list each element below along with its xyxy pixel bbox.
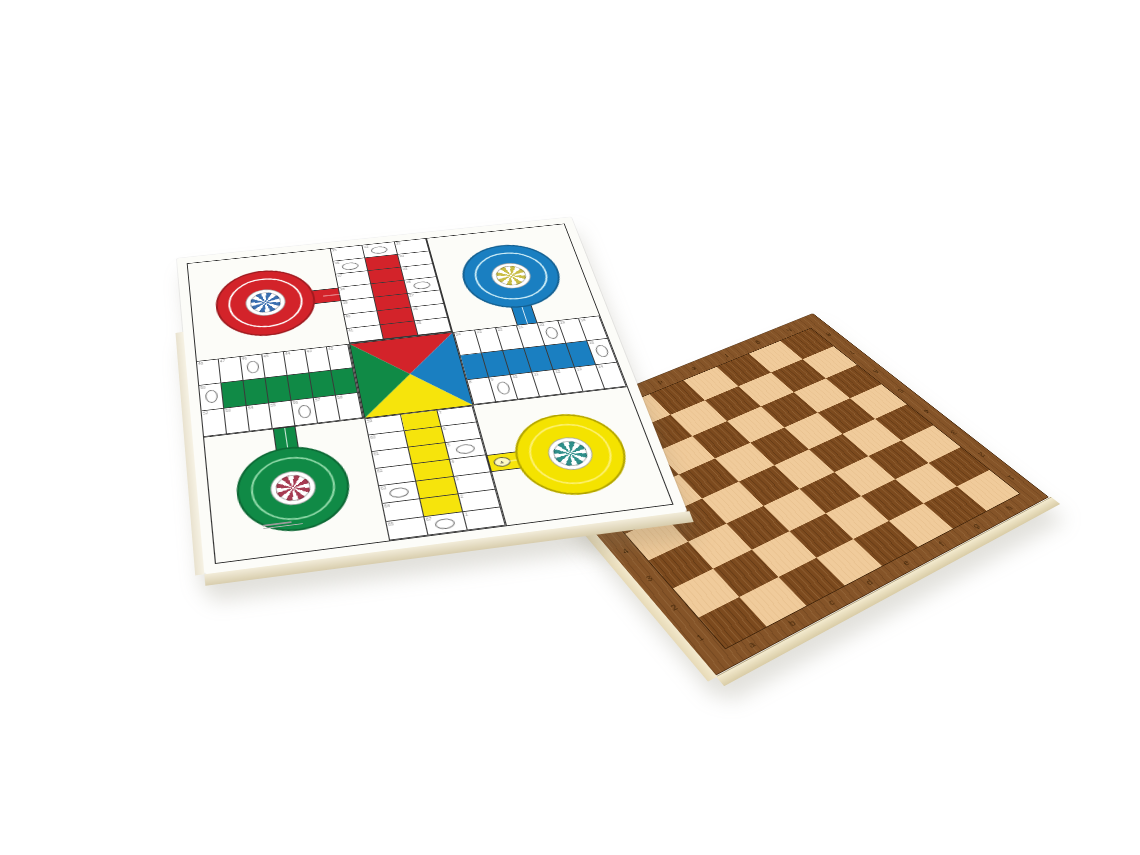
cell-number: 1 (464, 512, 468, 517)
pinwheel-rosette (493, 265, 529, 287)
cell-number: 11 (533, 372, 539, 376)
track-cell-47: 47 (219, 357, 244, 384)
track-cell-53: 53 (224, 406, 250, 434)
cell-number: 63 (380, 486, 386, 491)
cell-number: 18 (580, 318, 586, 322)
cell-number: 39 (342, 301, 348, 305)
cell-number: 65 (388, 522, 395, 527)
cell-number: 26 (412, 307, 418, 311)
yellow-salida-marker: A (493, 456, 512, 467)
track-cell-52: 52 (202, 408, 227, 437)
cell-number: 7 (438, 411, 442, 415)
safe-cell-circle (246, 360, 260, 374)
cell-number: 62 (377, 469, 383, 474)
track-cell-50: 50 (199, 383, 224, 411)
cell-number: 22 (497, 328, 503, 332)
cell-number: 5 (447, 443, 451, 447)
cell-number: 6 (442, 427, 446, 431)
cell-number: 25 (416, 321, 422, 325)
cell-number: 9 (490, 378, 494, 382)
home-circle-blue (454, 240, 570, 312)
cell-number: 43 (307, 349, 313, 353)
track-cell-65: 65 (386, 517, 429, 540)
cell-number: 14 (597, 365, 603, 369)
cell-number: 64 (384, 504, 390, 509)
cell-number: 58 (337, 395, 343, 399)
parchis-arm-bottom-yellow: 59760661562463364265671 (364, 405, 507, 541)
cell-number: 13 (576, 367, 582, 371)
parchis-arm-top-red: 353331363037293828392740264125 (330, 238, 453, 344)
home-circle-yellow (505, 409, 638, 502)
cell-number: 27 (409, 294, 415, 298)
cell-number: 35 (332, 249, 337, 252)
track-cell-67: 67 (425, 512, 468, 535)
cell-number: 54 (248, 406, 254, 410)
cell-number: 31 (396, 242, 401, 245)
parchis-board: 353331363037293828392740264125 242322212… (177, 217, 687, 574)
corridor-cell-green (221, 381, 246, 408)
cell-number: 38 (340, 288, 345, 292)
safe-cell-circle (594, 345, 610, 358)
cell-number: 29 (402, 267, 408, 271)
cell-number: 36 (334, 261, 339, 265)
cell-number: 3 (455, 477, 459, 481)
safe-cell-circle (297, 404, 311, 418)
cell-number: 4 (451, 460, 455, 464)
safe-cell-circle (455, 443, 476, 454)
pinwheel-rosette (550, 439, 591, 467)
cell-number: 30 (399, 255, 404, 259)
safe-cell-circle (544, 327, 559, 340)
cell-number: 16 (589, 341, 595, 345)
safe-cell-circle (341, 262, 359, 271)
pinwheel-rosette (249, 291, 282, 314)
parchis-board-3d: 353331363037293828392740264125 242322212… (177, 217, 687, 574)
cell-number: 56 (293, 400, 299, 404)
cell-number: 48 (198, 362, 203, 366)
cell-number: 37 (337, 274, 342, 278)
safe-cell-circle (434, 517, 456, 530)
cell-number: 61 (373, 452, 379, 457)
cell-number: 19 (559, 321, 565, 325)
home-circle-red (212, 266, 320, 341)
cell-number: 42 (328, 347, 334, 351)
cell-number: 52 (203, 411, 209, 415)
track-cell-1: 1 (463, 507, 506, 530)
safe-cell-circle (371, 245, 389, 254)
cell-number: 55 (270, 403, 276, 407)
pinwheel-rosette (274, 473, 312, 503)
cell-number: 33 (364, 245, 369, 248)
cell-number: 57 (315, 398, 321, 402)
cell-number: 50 (200, 386, 206, 390)
cell-number: 10 (512, 375, 518, 379)
safe-cell-circle (495, 381, 511, 395)
cell-number: 2 (460, 495, 464, 500)
parchis-board-group: 353331363037293828392740264125 242322212… (190, 154, 630, 594)
cell-number: 12 (555, 370, 561, 374)
cell-number: 40 (345, 315, 351, 319)
cell-number: 60 (370, 435, 376, 440)
cell-number: 41 (348, 329, 354, 333)
cell-number: 45 (263, 354, 269, 358)
parchis-arm-right-blue: 2423222120191816891011121314 (453, 315, 628, 405)
cell-number: 20 (539, 323, 545, 327)
track-cell-48: 48 (197, 359, 221, 386)
parchis-arm-left-green: 484746454443425052535455565758 (196, 344, 364, 438)
cell-number: 24 (455, 333, 461, 337)
safe-cell-circle (389, 486, 410, 498)
parchis-center-goal (349, 332, 473, 418)
cell-number: 28 (405, 280, 411, 284)
safe-cell-circle (412, 281, 431, 290)
safe-cell-circle (204, 390, 218, 404)
cell-number: 53 (225, 408, 231, 412)
cell-number: 44 (285, 352, 291, 356)
cell-number: 59 (367, 419, 373, 423)
cell-number: 46 (242, 357, 248, 361)
cell-number: 23 (476, 330, 482, 334)
cell-number: 47 (220, 359, 226, 363)
cell-number: 67 (426, 517, 433, 522)
cell-number: 8 (469, 380, 473, 384)
product-photo-stage: abcdefgh abcdefgh 87654321 87654321 3533… (0, 0, 1140, 855)
cell-number: 21 (518, 325, 524, 329)
